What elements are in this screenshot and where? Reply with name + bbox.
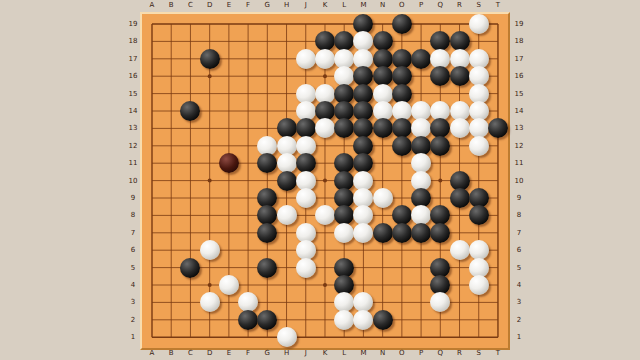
coord-label-left: 19 [129,21,138,28]
coord-label-left: 6 [131,247,135,254]
coord-label-right: 18 [515,38,524,45]
coord-label-bottom: P [419,350,423,357]
coord-label-top: C [188,2,193,9]
coord-label-top: P [419,2,423,9]
stone-black[interactable] [200,49,220,69]
stone-black[interactable] [392,136,412,156]
coord-label-left: 15 [129,90,138,97]
coord-label-right: 11 [515,160,524,167]
coord-label-left: 18 [129,38,138,45]
coord-label-bottom: J [305,350,307,357]
coord-label-right: 1 [517,334,521,341]
coord-label-right: 14 [515,108,524,115]
coord-label-top: G [265,2,270,9]
coord-label-top: H [284,2,289,9]
coord-label-bottom: T [496,350,500,357]
coord-label-bottom: C [188,350,193,357]
coord-label-bottom: F [246,350,250,357]
stone-white[interactable] [277,205,297,225]
coord-label-bottom: K [323,350,328,357]
stone-white[interactable] [469,275,489,295]
coord-label-bottom: B [169,350,174,357]
coord-label-bottom: L [342,350,346,357]
coord-label-left: 9 [131,195,135,202]
stone-black[interactable] [450,188,470,208]
coord-label-right: 6 [517,247,521,254]
stone-black[interactable] [411,49,431,69]
coord-label-right: 17 [515,55,524,62]
coord-label-right: 2 [517,316,521,323]
stone-black[interactable] [392,14,412,34]
coord-label-right: 19 [515,21,524,28]
stone-white[interactable] [315,49,335,69]
coord-label-bottom: H [284,350,289,357]
coord-label-top: O [399,2,405,9]
coord-label-bottom: A [150,350,155,357]
go-app: AABBCCDDEEFFGGHHJJKKLLMMNNOOPPQQRRSSTT19… [0,0,640,360]
stone-white[interactable] [469,136,489,156]
stone-white[interactable] [219,275,239,295]
stone-white[interactable] [450,240,470,260]
coord-label-left: 4 [131,282,135,289]
stone-white[interactable] [373,188,393,208]
stone-white[interactable] [334,310,354,330]
coord-label-top: R [457,2,462,9]
coord-label-left: 1 [131,334,135,341]
coord-label-left: 16 [129,73,138,80]
stone-black[interactable] [373,223,393,243]
coord-label-top: M [360,2,366,9]
stone-white[interactable] [200,292,220,312]
coord-label-right: 7 [517,229,521,236]
coord-label-left: 14 [129,108,138,115]
stone-black[interactable] [450,66,470,86]
stone-white[interactable] [450,118,470,138]
coord-label-right: 13 [515,125,524,132]
stone-black[interactable] [238,310,258,330]
coord-label-top: J [305,2,307,9]
coord-label-left: 10 [129,177,138,184]
coord-label-bottom: S [477,350,481,357]
coord-label-right: 10 [515,177,524,184]
coord-label-bottom: D [207,350,212,357]
stone-white[interactable] [296,188,316,208]
coord-label-top: A [150,2,155,9]
stone-black[interactable] [392,223,412,243]
coord-label-right: 12 [515,142,524,149]
coord-label-top: B [169,2,174,9]
coord-label-top: T [496,2,500,9]
coord-label-top: E [227,2,231,9]
stone-black[interactable] [430,223,450,243]
coord-label-left: 8 [131,212,135,219]
coord-label-right: 16 [515,73,524,80]
coord-label-top: Q [438,2,444,9]
stone-black[interactable] [430,136,450,156]
stone-black[interactable] [373,118,393,138]
stone-black[interactable] [180,258,200,278]
stone-white[interactable] [469,14,489,34]
coord-label-right: 9 [517,195,521,202]
stone-black[interactable] [469,205,489,225]
stone-black-marked[interactable] [219,153,239,173]
coord-label-left: 17 [129,55,138,62]
stone-white[interactable] [200,240,220,260]
stone-black[interactable] [373,310,393,330]
stone-black[interactable] [257,223,277,243]
coord-label-right: 15 [515,90,524,97]
coord-label-left: 5 [131,264,135,271]
coord-label-left: 13 [129,125,138,132]
coord-label-right: 3 [517,299,521,306]
coord-label-top: D [207,2,212,9]
coord-label-right: 5 [517,264,521,271]
stone-black[interactable] [257,258,277,278]
coord-label-bottom: M [360,350,366,357]
stone-white[interactable] [277,327,297,347]
coord-label-left: 3 [131,299,135,306]
coord-label-bottom: Q [438,350,444,357]
coord-label-top: L [342,2,346,9]
coord-label-right: 4 [517,282,521,289]
coord-label-left: 2 [131,316,135,323]
stone-black[interactable] [277,171,297,191]
go-board[interactable] [140,12,510,350]
coord-label-right: 8 [517,212,521,219]
coord-label-bottom: N [380,350,385,357]
stone-white[interactable] [296,49,316,69]
stone-white[interactable] [296,258,316,278]
stone-black[interactable] [411,223,431,243]
coord-label-left: 12 [129,142,138,149]
coord-label-left: 7 [131,229,135,236]
coord-label-top: F [246,2,250,9]
coord-label-left: 11 [129,160,138,167]
coord-label-bottom: O [399,350,405,357]
stone-black[interactable] [257,310,277,330]
stone-white[interactable] [334,223,354,243]
coord-label-top: N [380,2,385,9]
coord-label-top: K [323,2,328,9]
coord-label-top: S [477,2,481,9]
coord-label-bottom: E [227,350,231,357]
coord-label-bottom: R [457,350,462,357]
coord-label-bottom: G [265,350,270,357]
